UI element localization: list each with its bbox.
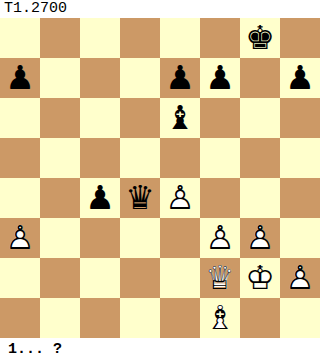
square-f5[interactable] bbox=[200, 138, 240, 178]
square-d5[interactable] bbox=[120, 138, 160, 178]
square-a7[interactable]: ♟ bbox=[0, 58, 40, 98]
square-g6[interactable] bbox=[240, 98, 280, 138]
piece-white-pawn-fill: ♟ bbox=[280, 258, 320, 298]
square-d2[interactable] bbox=[120, 258, 160, 298]
square-a6[interactable] bbox=[0, 98, 40, 138]
piece-black-pawn: ♟ bbox=[80, 178, 120, 218]
square-h3[interactable] bbox=[280, 218, 320, 258]
piece-black-pawn: ♟ bbox=[0, 58, 40, 98]
square-c8[interactable] bbox=[80, 18, 120, 58]
square-b7[interactable] bbox=[40, 58, 80, 98]
square-e1[interactable] bbox=[160, 298, 200, 338]
square-h8[interactable] bbox=[280, 18, 320, 58]
square-e7[interactable]: ♟ bbox=[160, 58, 200, 98]
piece-black-pawn: ♟ bbox=[160, 58, 200, 98]
square-g3[interactable]: ♟♙ bbox=[240, 218, 280, 258]
square-e4[interactable]: ♟♙ bbox=[160, 178, 200, 218]
square-g1[interactable] bbox=[240, 298, 280, 338]
square-c5[interactable] bbox=[80, 138, 120, 178]
square-f4[interactable] bbox=[200, 178, 240, 218]
square-h6[interactable] bbox=[280, 98, 320, 138]
puzzle-title: T1.2700 bbox=[0, 0, 320, 18]
square-f6[interactable] bbox=[200, 98, 240, 138]
piece-white-pawn: ♙ bbox=[240, 218, 280, 258]
piece-white-pawn: ♙ bbox=[160, 178, 200, 218]
square-b4[interactable] bbox=[40, 178, 80, 218]
square-b6[interactable] bbox=[40, 98, 80, 138]
square-d4[interactable]: ♛ bbox=[120, 178, 160, 218]
piece-black-bishop: ♝ bbox=[160, 98, 200, 138]
square-b3[interactable] bbox=[40, 218, 80, 258]
piece-white-pawn-fill: ♟ bbox=[200, 218, 240, 258]
square-c4[interactable]: ♟ bbox=[80, 178, 120, 218]
square-b2[interactable] bbox=[40, 258, 80, 298]
square-h4[interactable] bbox=[280, 178, 320, 218]
piece-white-king-fill: ♚ bbox=[240, 258, 280, 298]
square-d3[interactable] bbox=[120, 218, 160, 258]
square-c2[interactable] bbox=[80, 258, 120, 298]
square-b8[interactable] bbox=[40, 18, 80, 58]
square-d8[interactable] bbox=[120, 18, 160, 58]
square-b1[interactable] bbox=[40, 298, 80, 338]
square-e6[interactable]: ♝ bbox=[160, 98, 200, 138]
piece-white-bishop: ♗ bbox=[200, 298, 240, 338]
square-a3[interactable]: ♟♙ bbox=[0, 218, 40, 258]
piece-black-king: ♚ bbox=[240, 18, 280, 58]
square-g2[interactable]: ♚♔ bbox=[240, 258, 280, 298]
square-d6[interactable] bbox=[120, 98, 160, 138]
square-g5[interactable] bbox=[240, 138, 280, 178]
square-f7[interactable]: ♟ bbox=[200, 58, 240, 98]
square-c7[interactable] bbox=[80, 58, 120, 98]
square-a1[interactable] bbox=[0, 298, 40, 338]
square-e5[interactable] bbox=[160, 138, 200, 178]
square-a2[interactable] bbox=[0, 258, 40, 298]
square-g8[interactable]: ♚ bbox=[240, 18, 280, 58]
square-g4[interactable] bbox=[240, 178, 280, 218]
square-h7[interactable]: ♟ bbox=[280, 58, 320, 98]
piece-white-pawn: ♙ bbox=[0, 218, 40, 258]
piece-white-pawn-fill: ♟ bbox=[0, 218, 40, 258]
square-g7[interactable] bbox=[240, 58, 280, 98]
piece-white-pawn: ♙ bbox=[280, 258, 320, 298]
piece-black-queen: ♛ bbox=[120, 178, 160, 218]
square-a8[interactable] bbox=[0, 18, 40, 58]
piece-white-queen: ♕ bbox=[200, 258, 240, 298]
square-e8[interactable] bbox=[160, 18, 200, 58]
piece-white-pawn-fill: ♟ bbox=[240, 218, 280, 258]
square-c6[interactable] bbox=[80, 98, 120, 138]
piece-black-pawn: ♟ bbox=[280, 58, 320, 98]
square-f2[interactable]: ♛♕ bbox=[200, 258, 240, 298]
square-d1[interactable] bbox=[120, 298, 160, 338]
piece-white-pawn-fill: ♟ bbox=[160, 178, 200, 218]
piece-black-pawn: ♟ bbox=[200, 58, 240, 98]
square-e3[interactable] bbox=[160, 218, 200, 258]
piece-white-queen-fill: ♛ bbox=[200, 258, 240, 298]
square-c1[interactable] bbox=[80, 298, 120, 338]
move-prompt: 1... ? bbox=[0, 338, 320, 360]
square-f1[interactable]: ♝♗ bbox=[200, 298, 240, 338]
square-a5[interactable] bbox=[0, 138, 40, 178]
square-h1[interactable] bbox=[280, 298, 320, 338]
square-c3[interactable] bbox=[80, 218, 120, 258]
square-h5[interactable] bbox=[280, 138, 320, 178]
square-e2[interactable] bbox=[160, 258, 200, 298]
square-b5[interactable] bbox=[40, 138, 80, 178]
piece-white-pawn: ♙ bbox=[200, 218, 240, 258]
square-h2[interactable]: ♟♙ bbox=[280, 258, 320, 298]
chess-board: ♚♟♟♟♟♝♟♛♟♙♟♙♟♙♟♙♛♕♚♔♟♙♝♗ bbox=[0, 18, 320, 338]
piece-white-king: ♔ bbox=[240, 258, 280, 298]
square-f8[interactable] bbox=[200, 18, 240, 58]
square-a4[interactable] bbox=[0, 178, 40, 218]
square-f3[interactable]: ♟♙ bbox=[200, 218, 240, 258]
square-d7[interactable] bbox=[120, 58, 160, 98]
piece-white-bishop-fill: ♝ bbox=[200, 298, 240, 338]
